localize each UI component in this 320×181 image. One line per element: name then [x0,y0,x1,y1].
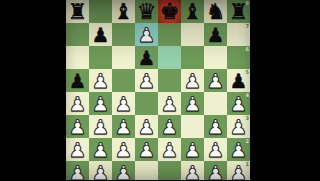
rank-coordinate-6: 6 [246,46,249,52]
white-pawn[interactable]: ♟ [115,117,133,137]
square-c4[interactable]: ♟ [112,92,135,115]
square-e8[interactable]: ♚ [158,0,181,23]
square-h6[interactable]: 6 [227,46,250,69]
square-a4[interactable]: ♟ [66,92,89,115]
black-bishop[interactable]: ♝ [183,1,203,23]
white-pawn[interactable]: ♟ [230,94,248,114]
square-b3[interactable]: ♟ [89,115,112,138]
white-pawn[interactable]: ♟ [138,140,156,160]
square-b4[interactable]: ♟ [89,92,112,115]
square-e4[interactable]: ♟ [158,92,181,115]
white-pawn[interactable]: ♟ [207,71,225,91]
square-d6[interactable]: ♟ [135,46,158,69]
square-a1[interactable]: ♟ [66,161,89,180]
black-knight[interactable]: ♞ [206,1,226,23]
white-pawn[interactable]: ♟ [115,140,133,160]
chess-board: ♜♝♛♚♝♞♜8♟♟♟7♟6♟♟♟♟♟♟5♟♟♟♟♟♟4♟♟♟♟♟♟♟3♟♟♟♟… [66,0,250,180]
square-d7[interactable]: ♟ [135,23,158,46]
black-queen[interactable]: ♛ [137,1,157,23]
black-pawn[interactable]: ♟ [207,25,225,45]
white-pawn[interactable]: ♟ [138,117,156,137]
white-pawn[interactable]: ♟ [230,117,248,137]
square-d2[interactable]: ♟ [135,138,158,161]
square-b5[interactable]: ♟ [89,69,112,92]
white-pawn[interactable]: ♟ [138,71,156,91]
square-e6[interactable] [158,46,181,69]
white-pawn[interactable]: ♟ [92,140,110,160]
square-b7[interactable]: ♟ [89,23,112,46]
black-bishop[interactable]: ♝ [114,1,134,23]
square-g5[interactable]: ♟ [204,69,227,92]
square-d1[interactable] [135,161,158,180]
square-f7[interactable] [181,23,204,46]
square-g3[interactable]: ♟ [204,115,227,138]
white-pawn[interactable]: ♟ [69,163,87,181]
square-c3[interactable]: ♟ [112,115,135,138]
square-a6[interactable] [66,46,89,69]
square-b6[interactable] [89,46,112,69]
square-g8[interactable]: ♞ [204,0,227,23]
square-d5[interactable]: ♟ [135,69,158,92]
square-f1[interactable]: ♟ [181,161,204,180]
square-g7[interactable]: ♟ [204,23,227,46]
white-pawn[interactable]: ♟ [92,71,110,91]
square-h1[interactable]: ♟1 [227,161,250,180]
square-h8[interactable]: ♜8 [227,0,250,23]
white-pawn[interactable]: ♟ [161,140,179,160]
square-h2[interactable]: ♟2 [227,138,250,161]
square-f8[interactable]: ♝ [181,0,204,23]
left-black-bar [0,0,66,180]
square-b2[interactable]: ♟ [89,138,112,161]
black-king[interactable]: ♚ [160,1,180,23]
white-pawn[interactable]: ♟ [115,163,133,181]
white-pawn[interactable]: ♟ [69,140,87,160]
black-pawn[interactable]: ♟ [69,71,87,91]
square-e3[interactable]: ♟ [158,115,181,138]
square-d4[interactable] [135,92,158,115]
black-pawn[interactable]: ♟ [138,48,156,68]
square-c7[interactable] [112,23,135,46]
square-c5[interactable] [112,69,135,92]
white-pawn[interactable]: ♟ [207,140,225,160]
black-pawn[interactable]: ♟ [92,25,110,45]
right-black-bar [250,0,320,180]
square-e7[interactable] [158,23,181,46]
square-a5[interactable]: ♟ [66,69,89,92]
square-g1[interactable]: ♟ [204,161,227,180]
white-pawn[interactable]: ♟ [69,94,87,114]
square-g2[interactable]: ♟ [204,138,227,161]
square-a2[interactable]: ♟ [66,138,89,161]
white-pawn[interactable]: ♟ [207,117,225,137]
square-a8[interactable]: ♜ [66,0,89,23]
white-pawn[interactable]: ♟ [92,117,110,137]
white-pawn[interactable]: ♟ [184,163,202,181]
square-b8[interactable] [89,0,112,23]
white-pawn[interactable]: ♟ [161,94,179,114]
square-h5[interactable]: ♟5 [227,69,250,92]
white-pawn[interactable]: ♟ [230,163,248,181]
square-h4[interactable]: ♟4 [227,92,250,115]
square-f4[interactable]: ♟ [181,92,204,115]
square-d8[interactable]: ♛ [135,0,158,23]
square-e2[interactable]: ♟ [158,138,181,161]
square-a3[interactable]: ♟ [66,115,89,138]
square-g4[interactable] [204,92,227,115]
white-pawn[interactable]: ♟ [161,117,179,137]
white-pawn[interactable]: ♟ [184,71,202,91]
square-g6[interactable] [204,46,227,69]
square-c2[interactable]: ♟ [112,138,135,161]
white-pawn[interactable]: ♟ [184,94,202,114]
square-b1[interactable]: ♟ [89,161,112,180]
video-frame: ♜♝♛♚♝♞♜8♟♟♟7♟6♟♟♟♟♟♟5♟♟♟♟♟♟4♟♟♟♟♟♟♟3♟♟♟♟… [0,0,320,180]
square-a7[interactable] [66,23,89,46]
square-d3[interactable]: ♟ [135,115,158,138]
black-pawn[interactable]: ♟ [230,71,248,91]
white-pawn[interactable]: ♟ [184,140,202,160]
white-pawn[interactable]: ♟ [138,25,156,45]
rank-coordinate-7: 7 [246,23,249,29]
white-pawn[interactable]: ♟ [230,140,248,160]
square-f2[interactable]: ♟ [181,138,204,161]
square-f3[interactable] [181,115,204,138]
white-pawn[interactable]: ♟ [115,94,133,114]
square-h7[interactable]: 7 [227,23,250,46]
white-pawn[interactable]: ♟ [207,163,225,181]
square-e5[interactable] [158,69,181,92]
square-f6[interactable] [181,46,204,69]
square-f5[interactable]: ♟ [181,69,204,92]
white-pawn[interactable]: ♟ [92,163,110,181]
white-pawn[interactable]: ♟ [69,117,87,137]
black-rook[interactable]: ♜ [68,1,88,23]
black-rook[interactable]: ♜ [229,1,249,23]
square-c8[interactable]: ♝ [112,0,135,23]
square-e1[interactable] [158,161,181,180]
square-c1[interactable]: ♟ [112,161,135,180]
square-h3[interactable]: ♟3 [227,115,250,138]
white-pawn[interactable]: ♟ [92,94,110,114]
square-c6[interactable] [112,46,135,69]
